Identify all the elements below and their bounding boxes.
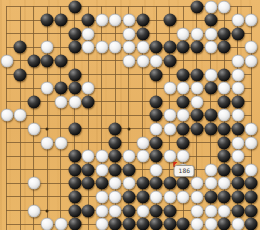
white-stone	[150, 122, 163, 135]
white-stone	[27, 177, 40, 190]
grid-line	[6, 101, 252, 102]
white-stone	[190, 190, 203, 203]
black-stone	[68, 68, 81, 81]
white-stone	[245, 14, 258, 27]
black-stone	[218, 218, 231, 230]
go-board[interactable]	[0, 0, 260, 230]
white-stone	[218, 0, 231, 13]
white-stone	[218, 204, 231, 217]
white-stone	[190, 218, 203, 230]
white-stone	[204, 27, 217, 40]
white-stone	[204, 68, 217, 81]
black-stone	[136, 218, 149, 230]
white-stone	[231, 218, 244, 230]
white-stone	[231, 136, 244, 149]
white-stone	[150, 163, 163, 176]
black-stone	[190, 109, 203, 122]
black-stone	[218, 136, 231, 149]
black-stone	[82, 163, 95, 176]
white-stone	[218, 177, 231, 190]
white-stone	[54, 218, 67, 230]
black-stone	[177, 95, 190, 108]
black-stone	[68, 0, 81, 13]
black-stone	[95, 177, 108, 190]
white-stone	[204, 204, 217, 217]
white-stone	[122, 14, 135, 27]
white-stone	[122, 41, 135, 54]
black-stone	[150, 204, 163, 217]
black-stone	[109, 136, 122, 149]
black-stone	[177, 177, 190, 190]
white-stone	[218, 82, 231, 95]
black-stone	[150, 68, 163, 81]
black-stone	[82, 95, 95, 108]
black-stone	[177, 68, 190, 81]
white-stone	[41, 41, 54, 54]
black-stone	[41, 14, 54, 27]
black-stone	[163, 204, 176, 217]
black-stone	[204, 190, 217, 203]
white-stone	[122, 177, 135, 190]
star-point	[127, 127, 130, 130]
white-stone	[136, 54, 149, 67]
last-move-marker: 186	[174, 165, 195, 177]
white-stone	[82, 82, 95, 95]
white-stone	[95, 150, 108, 163]
black-stone	[218, 95, 231, 108]
black-stone	[68, 163, 81, 176]
white-stone	[122, 27, 135, 40]
white-stone	[122, 150, 135, 163]
white-stone	[14, 109, 27, 122]
white-stone	[109, 177, 122, 190]
black-stone	[68, 177, 81, 190]
go-app-screenshot: 186	[0, 0, 260, 230]
black-stone	[122, 204, 135, 217]
black-stone	[245, 218, 258, 230]
white-stone	[190, 177, 203, 190]
black-stone	[218, 68, 231, 81]
black-stone	[245, 190, 258, 203]
black-stone	[68, 27, 81, 40]
star-point	[46, 209, 49, 212]
white-stone	[190, 95, 203, 108]
white-stone	[82, 41, 95, 54]
black-stone	[231, 122, 244, 135]
black-stone	[54, 54, 67, 67]
black-stone	[54, 14, 67, 27]
black-stone	[109, 122, 122, 135]
white-stone	[95, 204, 108, 217]
white-stone	[231, 14, 244, 27]
white-stone	[54, 136, 67, 149]
black-stone	[82, 177, 95, 190]
black-stone	[68, 218, 81, 230]
white-stone	[204, 163, 217, 176]
black-stone	[150, 109, 163, 122]
black-stone	[231, 177, 244, 190]
black-stone	[190, 0, 203, 13]
black-stone	[109, 163, 122, 176]
white-stone	[150, 190, 163, 203]
black-stone	[68, 204, 81, 217]
white-stone	[136, 150, 149, 163]
black-stone	[177, 122, 190, 135]
white-stone	[109, 41, 122, 54]
white-stone	[109, 204, 122, 217]
white-stone	[163, 82, 176, 95]
black-stone	[204, 109, 217, 122]
black-stone	[150, 150, 163, 163]
white-stone	[122, 54, 135, 67]
black-stone	[41, 54, 54, 67]
black-stone	[204, 82, 217, 95]
white-stone	[136, 136, 149, 149]
white-stone	[204, 177, 217, 190]
white-stone	[177, 82, 190, 95]
black-stone	[150, 177, 163, 190]
white-stone	[41, 136, 54, 149]
black-stone	[122, 218, 135, 230]
black-stone	[82, 204, 95, 217]
black-stone	[109, 218, 122, 230]
last-move-number: 186	[179, 168, 190, 174]
black-stone	[190, 122, 203, 135]
black-stone	[231, 163, 244, 176]
black-stone	[136, 177, 149, 190]
black-stone	[231, 95, 244, 108]
white-stone	[231, 82, 244, 95]
white-stone	[68, 95, 81, 108]
black-stone	[231, 27, 244, 40]
star-point	[46, 127, 49, 130]
white-stone	[54, 95, 67, 108]
white-stone	[245, 54, 258, 67]
black-stone	[163, 41, 176, 54]
black-stone	[163, 14, 176, 27]
black-stone	[68, 150, 81, 163]
white-stone	[190, 204, 203, 217]
black-stone	[68, 190, 81, 203]
white-stone	[95, 163, 108, 176]
black-stone	[163, 218, 176, 230]
white-stone	[218, 109, 231, 122]
black-stone	[218, 190, 231, 203]
white-stone	[231, 54, 244, 67]
white-stone	[150, 54, 163, 67]
black-stone	[163, 54, 176, 67]
white-stone	[109, 14, 122, 27]
white-stone	[177, 190, 190, 203]
black-stone	[245, 204, 258, 217]
white-stone	[204, 0, 217, 13]
black-stone	[177, 136, 190, 149]
black-stone	[245, 177, 258, 190]
white-stone	[163, 190, 176, 203]
black-stone	[190, 68, 203, 81]
white-stone	[245, 163, 258, 176]
black-stone	[231, 204, 244, 217]
white-stone	[231, 150, 244, 163]
black-stone	[136, 190, 149, 203]
black-stone	[150, 41, 163, 54]
black-stone	[218, 27, 231, 40]
white-stone	[82, 150, 95, 163]
last-move-flag-icon	[174, 162, 178, 166]
black-stone	[177, 218, 190, 230]
black-stone	[177, 41, 190, 54]
black-stone	[163, 177, 176, 190]
black-stone	[204, 14, 217, 27]
black-stone	[218, 150, 231, 163]
white-stone	[231, 68, 244, 81]
white-stone	[231, 109, 244, 122]
black-stone	[68, 122, 81, 135]
black-stone	[122, 163, 135, 176]
black-stone	[27, 95, 40, 108]
white-stone	[245, 136, 258, 149]
white-stone	[163, 122, 176, 135]
black-stone	[150, 95, 163, 108]
white-stone	[95, 190, 108, 203]
white-stone	[0, 109, 13, 122]
white-stone	[41, 218, 54, 230]
black-stone	[218, 163, 231, 176]
black-stone	[136, 14, 149, 27]
black-stone	[68, 82, 81, 95]
black-stone	[190, 41, 203, 54]
white-stone	[27, 204, 40, 217]
white-stone	[136, 41, 149, 54]
white-stone	[27, 122, 40, 135]
white-stone	[0, 54, 13, 67]
white-stone	[204, 41, 217, 54]
white-stone	[95, 218, 108, 230]
black-stone	[136, 27, 149, 40]
black-stone	[14, 41, 27, 54]
white-stone	[190, 27, 203, 40]
black-stone	[218, 122, 231, 135]
white-stone	[163, 109, 176, 122]
black-stone	[54, 82, 67, 95]
white-stone	[163, 150, 176, 163]
black-stone	[82, 14, 95, 27]
white-stone	[95, 14, 108, 27]
white-stone	[204, 218, 217, 230]
black-stone	[150, 136, 163, 149]
black-stone	[231, 190, 244, 203]
black-stone	[109, 150, 122, 163]
white-stone	[245, 122, 258, 135]
white-stone	[190, 82, 203, 95]
black-stone	[204, 122, 217, 135]
white-stone	[177, 109, 190, 122]
white-stone	[41, 82, 54, 95]
black-stone	[122, 190, 135, 203]
white-stone	[177, 150, 190, 163]
white-stone	[95, 41, 108, 54]
black-stone	[27, 54, 40, 67]
white-stone	[136, 204, 149, 217]
white-stone	[245, 41, 258, 54]
white-stone	[82, 27, 95, 40]
black-stone	[150, 218, 163, 230]
white-stone	[177, 27, 190, 40]
black-stone	[218, 41, 231, 54]
black-stone	[14, 68, 27, 81]
black-stone	[68, 41, 81, 54]
white-stone	[109, 190, 122, 203]
